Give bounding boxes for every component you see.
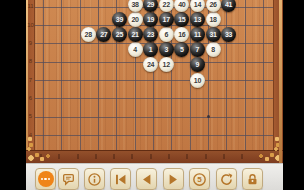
black-stone-3: 3 — [159, 42, 174, 57]
black-stone-31: 31 — [206, 27, 221, 42]
black-stone-13: 13 — [190, 12, 205, 27]
white-stone-10: 10 — [190, 73, 205, 88]
step-forward-button[interactable] — [163, 168, 184, 190]
gold-ornament-bottom-left — [27, 152, 53, 163]
black-stone-19: 19 — [143, 12, 158, 27]
grid-vline — [263, 0, 264, 150]
black-stone-15: 15 — [174, 12, 189, 27]
ellipsis-icon — [38, 171, 54, 187]
white-stone-4: 4 — [128, 42, 143, 57]
black-stone-25: 25 — [112, 27, 127, 42]
grid-hline — [35, 98, 273, 99]
row-label: 6 — [26, 95, 35, 102]
star-point — [207, 115, 210, 118]
column-tick-marks — [40, 154, 269, 159]
row-label: 4 — [26, 132, 35, 139]
grid-vline — [43, 0, 44, 150]
white-stone-28: 28 — [81, 27, 96, 42]
restart-button[interactable] — [216, 168, 237, 190]
grid-vline — [226, 0, 227, 150]
white-stone-12: 12 — [159, 57, 174, 72]
black-stone-33: 33 — [221, 27, 236, 42]
grid-vline — [61, 0, 62, 150]
gold-ornament-bottom-right — [256, 152, 282, 163]
speech-bubble-icon — [61, 172, 76, 187]
row-label: 11 — [26, 3, 35, 10]
more-button[interactable] — [35, 168, 56, 190]
grid-hline — [35, 117, 273, 118]
black-stone-39: 39 — [112, 12, 127, 27]
white-stone-18: 18 — [206, 12, 221, 27]
move-step-button[interactable]: 5 — [189, 168, 210, 190]
grid-vline — [245, 0, 246, 150]
row-label: 5 — [26, 113, 35, 120]
info-button[interactable] — [84, 168, 105, 190]
white-stone-6: 6 — [159, 27, 174, 42]
black-stone-21: 21 — [128, 27, 143, 42]
row-label: 10 — [26, 22, 35, 29]
skip-to-start-button[interactable] — [110, 168, 131, 190]
row-label: 7 — [26, 77, 35, 84]
black-stone-7: 7 — [190, 42, 205, 57]
row-label: 9 — [26, 40, 35, 47]
info-icon — [87, 172, 102, 187]
gold-ornament-right — [274, 136, 281, 151]
toolbar: 5 — [26, 163, 283, 190]
grid-hline — [35, 80, 273, 81]
back-arrow-icon — [139, 172, 154, 187]
white-stone-38: 38 — [128, 0, 143, 12]
comment-button[interactable] — [58, 168, 79, 190]
refresh-icon — [219, 172, 234, 187]
white-stone-22: 22 — [159, 0, 174, 12]
circled-number-icon: 5 — [192, 172, 207, 187]
white-stone-26: 26 — [206, 0, 221, 12]
grid-hline — [35, 135, 273, 136]
step-back-button[interactable] — [136, 168, 157, 190]
lock-icon — [245, 172, 260, 187]
black-stone-11: 11 — [190, 27, 205, 42]
white-stone-8: 8 — [206, 42, 221, 57]
lock-button[interactable] — [242, 168, 263, 190]
black-stone-17: 17 — [159, 12, 174, 27]
grid-vline — [80, 0, 81, 150]
row-label: 8 — [26, 58, 35, 65]
app-screen: 1110987654 13456789101112131415161718192… — [0, 0, 304, 190]
grid-vline — [98, 0, 99, 150]
black-stone-23: 23 — [143, 27, 158, 42]
skip-back-icon — [113, 172, 128, 187]
white-stone-14: 14 — [190, 0, 205, 12]
white-stone-20: 20 — [128, 12, 143, 27]
forward-arrow-icon — [166, 172, 181, 187]
svg-text:5: 5 — [197, 175, 202, 184]
board-frame-bottom — [26, 150, 283, 163]
